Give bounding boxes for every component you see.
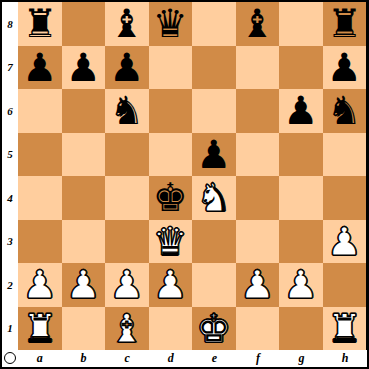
- file-label-d: d: [149, 350, 193, 367]
- black-rook-h8[interactable]: ♜: [327, 2, 362, 45]
- square-b6[interactable]: [62, 89, 106, 133]
- square-a3[interactable]: [18, 220, 62, 264]
- square-g6[interactable]: ♟: [279, 89, 323, 133]
- white-pawn-f2[interactable]: ♟: [240, 263, 275, 306]
- square-a8[interactable]: ♜: [18, 2, 62, 46]
- square-g1[interactable]: [279, 307, 323, 351]
- square-b3[interactable]: [62, 220, 106, 264]
- black-pawn-g6[interactable]: ♟: [283, 89, 318, 132]
- square-h5[interactable]: [323, 133, 367, 177]
- square-c2[interactable]: ♟: [105, 263, 149, 307]
- square-d1[interactable]: [149, 307, 193, 351]
- black-bishop-c8[interactable]: ♝: [109, 2, 144, 45]
- square-b2[interactable]: ♟: [62, 263, 106, 307]
- white-king-e1[interactable]: ♚: [196, 307, 231, 350]
- rank-labels: 87654321: [2, 2, 18, 350]
- square-f2[interactable]: ♟: [236, 263, 280, 307]
- black-bishop-f8[interactable]: ♝: [240, 2, 275, 45]
- black-king-d4[interactable]: ♚: [153, 176, 188, 219]
- square-a1[interactable]: ♜: [18, 307, 62, 351]
- square-f5[interactable]: [236, 133, 280, 177]
- rank-label-4: 4: [2, 176, 18, 220]
- board: ♜♝♛♝♜♟♟♟♟♞♟♞♟♚♞♛♟♟♟♟♟♟♟♜♝♚♜: [18, 2, 367, 350]
- white-pawn-d2[interactable]: ♟: [153, 263, 188, 306]
- black-knight-h6[interactable]: ♞: [327, 89, 362, 132]
- white-pawn-h3[interactable]: ♟: [327, 220, 362, 263]
- square-c3[interactable]: [105, 220, 149, 264]
- square-a7[interactable]: ♟: [18, 46, 62, 90]
- square-e3[interactable]: [192, 220, 236, 264]
- black-rook-a8[interactable]: ♜: [22, 2, 57, 45]
- square-g3[interactable]: [279, 220, 323, 264]
- square-b4[interactable]: [62, 176, 106, 220]
- black-pawn-c7[interactable]: ♟: [109, 46, 144, 89]
- square-d3[interactable]: ♛: [149, 220, 193, 264]
- square-f1[interactable]: [236, 307, 280, 351]
- square-e5[interactable]: ♟: [192, 133, 236, 177]
- square-c4[interactable]: [105, 176, 149, 220]
- black-pawn-e5[interactable]: ♟: [196, 133, 231, 176]
- square-a2[interactable]: ♟: [18, 263, 62, 307]
- white-knight-e4[interactable]: ♞: [196, 176, 231, 219]
- square-b5[interactable]: [62, 133, 106, 177]
- white-queen-d3[interactable]: ♛: [153, 220, 188, 263]
- white-rook-h1[interactable]: ♜: [327, 307, 362, 350]
- square-a6[interactable]: [18, 89, 62, 133]
- corner-cell: [2, 350, 18, 367]
- square-g4[interactable]: [279, 176, 323, 220]
- square-a4[interactable]: [18, 176, 62, 220]
- square-f6[interactable]: [236, 89, 280, 133]
- square-d8[interactable]: ♛: [149, 2, 193, 46]
- file-label-c: c: [105, 350, 149, 367]
- square-h1[interactable]: ♜: [323, 307, 367, 351]
- square-h3[interactable]: ♟: [323, 220, 367, 264]
- square-e7[interactable]: [192, 46, 236, 90]
- square-g8[interactable]: [279, 2, 323, 46]
- square-c6[interactable]: ♞: [105, 89, 149, 133]
- square-c5[interactable]: [105, 133, 149, 177]
- side-to-move-indicator: [4, 352, 16, 364]
- square-f3[interactable]: [236, 220, 280, 264]
- rank-label-7: 7: [2, 46, 18, 90]
- square-h6[interactable]: ♞: [323, 89, 367, 133]
- black-pawn-h7[interactable]: ♟: [327, 46, 362, 89]
- rank-label-8: 8: [2, 2, 18, 46]
- file-label-b: b: [62, 350, 106, 367]
- chess-diagram: 87654321 ♜♝♛♝♜♟♟♟♟♞♟♞♟♚♞♛♟♟♟♟♟♟♟♜♝♚♜ abc…: [0, 0, 369, 369]
- white-pawn-b2[interactable]: ♟: [66, 263, 101, 306]
- file-label-f: f: [236, 350, 280, 367]
- square-b1[interactable]: [62, 307, 106, 351]
- square-g2[interactable]: ♟: [279, 263, 323, 307]
- white-bishop-c1[interactable]: ♝: [109, 307, 144, 350]
- square-e1[interactable]: ♚: [192, 307, 236, 351]
- square-f7[interactable]: [236, 46, 280, 90]
- square-e6[interactable]: [192, 89, 236, 133]
- rank-label-3: 3: [2, 220, 18, 264]
- rank-label-5: 5: [2, 133, 18, 177]
- square-c8[interactable]: ♝: [105, 2, 149, 46]
- square-c7[interactable]: ♟: [105, 46, 149, 90]
- white-pawn-g2[interactable]: ♟: [283, 263, 318, 306]
- square-f8[interactable]: ♝: [236, 2, 280, 46]
- square-d4[interactable]: ♚: [149, 176, 193, 220]
- rank-label-6: 6: [2, 89, 18, 133]
- square-d6[interactable]: [149, 89, 193, 133]
- square-e2[interactable]: [192, 263, 236, 307]
- white-pawn-c2[interactable]: ♟: [109, 263, 144, 306]
- file-label-e: e: [193, 350, 237, 367]
- file-labels: abcdefgh: [18, 350, 367, 367]
- square-a5[interactable]: [18, 133, 62, 177]
- black-queen-d8[interactable]: ♛: [153, 2, 188, 45]
- file-label-h: h: [323, 350, 367, 367]
- black-knight-c6[interactable]: ♞: [109, 89, 144, 132]
- file-label-g: g: [280, 350, 324, 367]
- square-e4[interactable]: ♞: [192, 176, 236, 220]
- square-h2[interactable]: [323, 263, 367, 307]
- square-d5[interactable]: [149, 133, 193, 177]
- black-pawn-a7[interactable]: ♟: [22, 46, 57, 89]
- white-rook-a1[interactable]: ♜: [22, 307, 57, 350]
- square-e8[interactable]: [192, 2, 236, 46]
- square-h8[interactable]: ♜: [323, 2, 367, 46]
- rank-label-1: 1: [2, 307, 18, 351]
- square-g5[interactable]: [279, 133, 323, 177]
- square-b7[interactable]: ♟: [62, 46, 106, 90]
- square-c1[interactable]: ♝: [105, 307, 149, 351]
- square-b8[interactable]: [62, 2, 106, 46]
- square-d7[interactable]: [149, 46, 193, 90]
- square-g7[interactable]: [279, 46, 323, 90]
- square-d2[interactable]: ♟: [149, 263, 193, 307]
- black-pawn-b7[interactable]: ♟: [66, 46, 101, 89]
- square-f4[interactable]: [236, 176, 280, 220]
- square-h4[interactable]: [323, 176, 367, 220]
- square-h7[interactable]: ♟: [323, 46, 367, 90]
- rank-label-2: 2: [2, 263, 18, 307]
- diagram-inner: 87654321 ♜♝♛♝♜♟♟♟♟♞♟♞♟♚♞♛♟♟♟♟♟♟♟♜♝♚♜ abc…: [2, 2, 367, 367]
- white-pawn-a2[interactable]: ♟: [22, 263, 57, 306]
- file-label-a: a: [18, 350, 62, 367]
